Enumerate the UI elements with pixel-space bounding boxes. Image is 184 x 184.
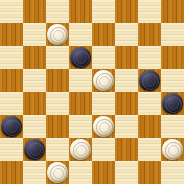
square-c8[interactable] — [46, 0, 69, 23]
checkers-board — [0, 0, 184, 184]
square-e7[interactable] — [92, 23, 115, 46]
square-h1[interactable] — [161, 161, 184, 184]
square-h6[interactable] — [161, 46, 184, 69]
square-f7[interactable] — [115, 23, 138, 46]
white-man-e5[interactable] — [93, 70, 114, 91]
square-a3[interactable] — [0, 115, 23, 138]
white-man-h2[interactable] — [162, 139, 183, 160]
white-man-d2[interactable] — [70, 139, 91, 160]
square-a4[interactable] — [0, 92, 23, 115]
square-g1[interactable] — [138, 161, 161, 184]
square-b8[interactable] — [23, 0, 46, 23]
square-h2[interactable] — [161, 138, 184, 161]
square-c5[interactable] — [46, 69, 69, 92]
square-h5[interactable] — [161, 69, 184, 92]
square-f6[interactable] — [115, 46, 138, 69]
square-d1[interactable] — [69, 161, 92, 184]
square-a1[interactable] — [0, 161, 23, 184]
white-man-e3[interactable] — [93, 116, 114, 137]
square-d7[interactable] — [69, 23, 92, 46]
square-c6[interactable] — [46, 46, 69, 69]
square-e1[interactable] — [92, 161, 115, 184]
square-b7[interactable] — [23, 23, 46, 46]
square-e3[interactable] — [92, 115, 115, 138]
square-b5[interactable] — [23, 69, 46, 92]
square-g6[interactable] — [138, 46, 161, 69]
square-b2[interactable] — [23, 138, 46, 161]
square-c7[interactable] — [46, 23, 69, 46]
square-f3[interactable] — [115, 115, 138, 138]
square-h8[interactable] — [161, 0, 184, 23]
black-man-b2[interactable] — [24, 139, 45, 160]
square-d6[interactable] — [69, 46, 92, 69]
square-g5[interactable] — [138, 69, 161, 92]
square-a8[interactable] — [0, 0, 23, 23]
square-e4[interactable] — [92, 92, 115, 115]
square-g3[interactable] — [138, 115, 161, 138]
square-g8[interactable] — [138, 0, 161, 23]
square-c2[interactable] — [46, 138, 69, 161]
black-man-a3[interactable] — [1, 116, 22, 137]
square-a6[interactable] — [0, 46, 23, 69]
square-c4[interactable] — [46, 92, 69, 115]
black-man-d6[interactable] — [70, 47, 91, 68]
square-e5[interactable] — [92, 69, 115, 92]
square-b1[interactable] — [23, 161, 46, 184]
square-f4[interactable] — [115, 92, 138, 115]
square-g4[interactable] — [138, 92, 161, 115]
square-c1[interactable] — [46, 161, 69, 184]
square-d4[interactable] — [69, 92, 92, 115]
square-h7[interactable] — [161, 23, 184, 46]
square-e8[interactable] — [92, 0, 115, 23]
square-b6[interactable] — [23, 46, 46, 69]
square-a2[interactable] — [0, 138, 23, 161]
white-man-c7[interactable] — [47, 24, 68, 45]
black-man-g5[interactable] — [139, 70, 160, 91]
black-man-h4[interactable] — [162, 93, 183, 114]
square-d5[interactable] — [69, 69, 92, 92]
square-a7[interactable] — [0, 23, 23, 46]
square-d8[interactable] — [69, 0, 92, 23]
square-f2[interactable] — [115, 138, 138, 161]
square-c3[interactable] — [46, 115, 69, 138]
square-b4[interactable] — [23, 92, 46, 115]
square-a5[interactable] — [0, 69, 23, 92]
white-man-c1[interactable] — [47, 162, 68, 183]
square-d3[interactable] — [69, 115, 92, 138]
square-f8[interactable] — [115, 0, 138, 23]
square-d2[interactable] — [69, 138, 92, 161]
square-e6[interactable] — [92, 46, 115, 69]
square-e2[interactable] — [92, 138, 115, 161]
square-h4[interactable] — [161, 92, 184, 115]
square-f5[interactable] — [115, 69, 138, 92]
square-h3[interactable] — [161, 115, 184, 138]
square-b3[interactable] — [23, 115, 46, 138]
square-g2[interactable] — [138, 138, 161, 161]
square-g7[interactable] — [138, 23, 161, 46]
square-f1[interactable] — [115, 161, 138, 184]
